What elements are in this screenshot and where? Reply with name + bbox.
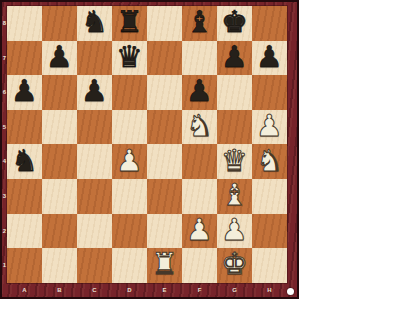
square-a5[interactable] bbox=[7, 110, 42, 145]
rank-label-7: 7 bbox=[2, 41, 7, 76]
square-a1[interactable] bbox=[7, 248, 42, 283]
square-g5[interactable] bbox=[217, 110, 252, 145]
square-d2[interactable] bbox=[112, 214, 147, 249]
square-d1[interactable] bbox=[112, 248, 147, 283]
square-b3[interactable] bbox=[42, 179, 77, 214]
piece-black-king-g8[interactable]: ♚ bbox=[221, 6, 248, 39]
white-to-move-indicator bbox=[287, 288, 294, 295]
square-h6[interactable] bbox=[252, 75, 287, 110]
rank-label-6: 6 bbox=[2, 75, 7, 110]
piece-black-pawn-g7[interactable]: ♟ bbox=[221, 41, 248, 74]
square-b6[interactable] bbox=[42, 75, 77, 110]
square-d3[interactable] bbox=[112, 179, 147, 214]
piece-white-queen-g4[interactable]: ♛ bbox=[221, 144, 248, 177]
piece-white-pawn-f2[interactable]: ♟ bbox=[186, 214, 213, 247]
rank-label-3: 3 bbox=[2, 179, 7, 214]
square-d6[interactable] bbox=[112, 75, 147, 110]
rank-label-8: 8 bbox=[2, 6, 7, 41]
piece-black-pawn-h7[interactable]: ♟ bbox=[256, 41, 283, 74]
square-e6[interactable] bbox=[147, 75, 182, 110]
square-c1[interactable] bbox=[77, 248, 112, 283]
piece-white-rook-e1[interactable]: ♜ bbox=[151, 248, 178, 281]
piece-black-knight-a4[interactable]: ♞ bbox=[11, 144, 38, 177]
square-d5[interactable] bbox=[112, 110, 147, 145]
square-b2[interactable] bbox=[42, 214, 77, 249]
square-g3[interactable]: ♝ bbox=[217, 179, 252, 214]
square-a3[interactable] bbox=[7, 179, 42, 214]
piece-white-bishop-g3[interactable]: ♝ bbox=[221, 179, 248, 212]
square-c7[interactable] bbox=[77, 41, 112, 76]
square-e2[interactable] bbox=[147, 214, 182, 249]
square-a6[interactable]: ♟ bbox=[7, 75, 42, 110]
piece-black-pawn-c6[interactable]: ♟ bbox=[81, 75, 108, 108]
square-f2[interactable]: ♟ bbox=[182, 214, 217, 249]
square-f8[interactable]: ♝ bbox=[182, 6, 217, 41]
square-b1[interactable] bbox=[42, 248, 77, 283]
file-label-a: A bbox=[7, 284, 42, 297]
rank-label-2: 2 bbox=[2, 214, 7, 249]
piece-white-pawn-h5[interactable]: ♟ bbox=[256, 110, 283, 143]
square-e5[interactable] bbox=[147, 110, 182, 145]
square-f3[interactable] bbox=[182, 179, 217, 214]
square-d8[interactable]: ♜ bbox=[112, 6, 147, 41]
square-c2[interactable] bbox=[77, 214, 112, 249]
piece-black-queen-d7[interactable]: ♛ bbox=[116, 41, 143, 74]
square-f5[interactable]: ♞ bbox=[182, 110, 217, 145]
file-label-d: D bbox=[112, 284, 147, 297]
square-b8[interactable] bbox=[42, 6, 77, 41]
square-b5[interactable] bbox=[42, 110, 77, 145]
square-g1[interactable]: ♚ bbox=[217, 248, 252, 283]
piece-black-pawn-b7[interactable]: ♟ bbox=[46, 41, 73, 74]
square-e8[interactable] bbox=[147, 6, 182, 41]
square-c3[interactable] bbox=[77, 179, 112, 214]
file-label-e: E bbox=[147, 284, 182, 297]
square-f6[interactable]: ♟ bbox=[182, 75, 217, 110]
piece-white-pawn-d4[interactable]: ♟ bbox=[116, 144, 143, 177]
square-g6[interactable] bbox=[217, 75, 252, 110]
piece-white-pawn-g2[interactable]: ♟ bbox=[221, 214, 248, 247]
rank-label-1: 1 bbox=[2, 248, 7, 283]
square-h3[interactable] bbox=[252, 179, 287, 214]
piece-white-king-g1[interactable]: ♚ bbox=[221, 248, 248, 281]
square-c8[interactable]: ♞ bbox=[77, 6, 112, 41]
square-g7[interactable]: ♟ bbox=[217, 41, 252, 76]
square-h4[interactable]: ♞ bbox=[252, 144, 287, 179]
square-g4[interactable]: ♛ bbox=[217, 144, 252, 179]
chess-board-frame: ♞♜♝♚♟♛♟♟♟♟♟♞♟♞♟♛♞♝♟♟♜♚ 87654321 ABCDEFGH bbox=[0, 0, 299, 299]
file-label-c: C bbox=[77, 284, 112, 297]
square-h8[interactable] bbox=[252, 6, 287, 41]
square-h1[interactable] bbox=[252, 248, 287, 283]
square-b7[interactable]: ♟ bbox=[42, 41, 77, 76]
square-h7[interactable]: ♟ bbox=[252, 41, 287, 76]
chess-board: ♞♜♝♚♟♛♟♟♟♟♟♞♟♞♟♛♞♝♟♟♜♚ bbox=[7, 6, 287, 283]
piece-black-rook-d8[interactable]: ♜ bbox=[116, 6, 143, 39]
file-label-g: G bbox=[217, 284, 252, 297]
square-e1[interactable]: ♜ bbox=[147, 248, 182, 283]
rank-label-4: 4 bbox=[2, 144, 7, 179]
square-b4[interactable] bbox=[42, 144, 77, 179]
rank-label-5: 5 bbox=[2, 110, 7, 145]
square-h2[interactable] bbox=[252, 214, 287, 249]
piece-white-knight-h4[interactable]: ♞ bbox=[256, 144, 283, 177]
file-label-f: F bbox=[182, 284, 217, 297]
square-a4[interactable]: ♞ bbox=[7, 144, 42, 179]
square-e4[interactable] bbox=[147, 144, 182, 179]
square-c4[interactable] bbox=[77, 144, 112, 179]
square-e3[interactable] bbox=[147, 179, 182, 214]
square-f4[interactable] bbox=[182, 144, 217, 179]
square-a2[interactable] bbox=[7, 214, 42, 249]
piece-black-pawn-a6[interactable]: ♟ bbox=[11, 75, 38, 108]
piece-black-knight-c8[interactable]: ♞ bbox=[81, 6, 108, 39]
square-a7[interactable] bbox=[7, 41, 42, 76]
square-g8[interactable]: ♚ bbox=[217, 6, 252, 41]
square-f1[interactable] bbox=[182, 248, 217, 283]
square-h5[interactable]: ♟ bbox=[252, 110, 287, 145]
square-c5[interactable] bbox=[77, 110, 112, 145]
square-a8[interactable] bbox=[7, 6, 42, 41]
piece-white-knight-f5[interactable]: ♞ bbox=[186, 110, 213, 143]
square-f7[interactable] bbox=[182, 41, 217, 76]
square-d7[interactable]: ♛ bbox=[112, 41, 147, 76]
square-e7[interactable] bbox=[147, 41, 182, 76]
piece-black-pawn-f6[interactable]: ♟ bbox=[186, 75, 213, 108]
file-label-h: H bbox=[252, 284, 287, 297]
page-background: ♞♜♝♚♟♛♟♟♟♟♟♞♟♞♟♛♞♝♟♟♜♚ 87654321 ABCDEFGH bbox=[0, 0, 414, 311]
square-g2[interactable]: ♟ bbox=[217, 214, 252, 249]
file-label-b: B bbox=[42, 284, 77, 297]
square-c6[interactable]: ♟ bbox=[77, 75, 112, 110]
piece-black-bishop-f8[interactable]: ♝ bbox=[186, 6, 213, 39]
square-d4[interactable]: ♟ bbox=[112, 144, 147, 179]
